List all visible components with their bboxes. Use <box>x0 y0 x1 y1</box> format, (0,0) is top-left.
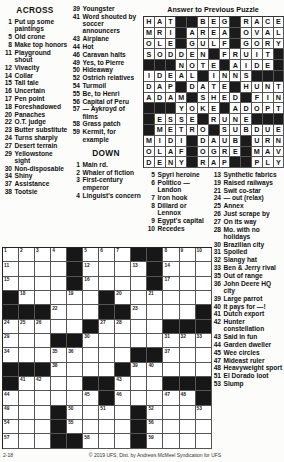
clue-number: 55 <box>70 90 83 97</box>
grid-cell[interactable] <box>35 420 51 434</box>
answer-black-cell <box>241 157 252 168</box>
answer-black-cell <box>230 82 241 93</box>
grid-cell[interactable]: 44 <box>3 391 19 405</box>
grid-cell[interactable] <box>196 420 212 434</box>
clue-text: Capital of Peru <box>83 98 143 105</box>
answer-cell: E <box>220 82 231 93</box>
answer-cell: H <box>209 93 220 104</box>
clue-text: Youngster <box>83 5 143 12</box>
cell-number: 3 <box>36 248 39 253</box>
across-clue: 54Turmoil <box>70 82 142 89</box>
clue-text: Vivacity <box>15 64 69 71</box>
black-cell <box>3 305 19 319</box>
answer-black-cell <box>263 71 274 82</box>
clue-number: 53 <box>211 380 224 387</box>
clue-number: 43 <box>70 35 83 42</box>
answer-black-cell <box>220 60 231 71</box>
grid-cell[interactable] <box>35 334 51 348</box>
grid-cell[interactable] <box>115 434 131 448</box>
answer-cell: D <box>176 49 187 60</box>
clue-text: Main rd. <box>83 161 143 168</box>
across-clue: 34Shiny <box>2 172 68 179</box>
clue-text: Assistance <box>15 180 69 187</box>
answer-cell: A <box>198 82 209 93</box>
across-clue: 22O.T. judge <box>2 118 68 125</box>
grid-cell[interactable] <box>180 262 196 276</box>
grid-cell[interactable] <box>131 277 147 291</box>
cell-number: 28 <box>116 320 121 325</box>
grid-cell[interactable] <box>51 320 67 334</box>
cell-number: 27 <box>100 320 105 325</box>
across-clue: 14Collar <box>2 72 68 79</box>
clue-number: 44 <box>70 43 83 50</box>
across-clue: 38Tootsie <box>2 188 68 195</box>
clue-number: 51 <box>211 372 224 379</box>
down-clue: 40It pays for —! <box>211 303 283 310</box>
answer-black-cell <box>230 28 241 39</box>
grid-cell[interactable] <box>180 291 196 305</box>
answer-cell: U <box>252 82 263 93</box>
clue-text: Old crone <box>15 33 69 40</box>
grid-cell[interactable]: 49 <box>3 406 19 420</box>
clue-number: 19 <box>211 179 224 186</box>
answer-cell: I <box>209 71 220 82</box>
grid-cell[interactable]: 9 <box>180 248 196 262</box>
grid-cell[interactable]: 4 <box>51 248 67 262</box>
clue-text: Wee circles <box>224 349 284 356</box>
answer-cell: N <box>176 60 187 71</box>
clue-text: Slangy hat <box>224 256 284 263</box>
grid-cell[interactable]: 27 <box>99 320 115 334</box>
answer-cell: E <box>263 60 274 71</box>
grid-cell[interactable] <box>180 420 196 434</box>
clue-number: 1 <box>70 161 83 168</box>
grid-cell[interactable] <box>83 348 99 362</box>
answer-black-cell <box>252 71 263 82</box>
grid-cell[interactable]: 40 <box>147 363 163 377</box>
grid-cell[interactable] <box>83 406 99 420</box>
grid-cell[interactable]: 11 <box>3 262 19 276</box>
grid-cell[interactable]: 53 <box>196 406 212 420</box>
grid-cell[interactable] <box>180 363 196 377</box>
grid-cell[interactable] <box>35 406 51 420</box>
grid-cell[interactable] <box>163 363 179 377</box>
grid-cell[interactable]: 51 <box>99 406 115 420</box>
answer-cell: D <box>155 93 166 104</box>
answer-cell: T <box>274 103 284 114</box>
grid-cell[interactable] <box>163 305 179 319</box>
grid-cell[interactable] <box>51 277 67 291</box>
grid-cell[interactable]: 30 <box>83 334 99 348</box>
answer-cell: Y <box>176 103 187 114</box>
answer-cell: I <box>241 60 252 71</box>
answer-cell: S <box>166 114 177 125</box>
grid-cell[interactable]: 14 <box>163 262 179 276</box>
grid-cell[interactable] <box>131 291 147 305</box>
grid-cell[interactable]: 31 <box>163 334 179 348</box>
answer-cell: D <box>198 136 209 147</box>
answer-cell: P <box>220 157 231 168</box>
grid-cell[interactable]: 58 <box>83 434 99 448</box>
answer-black-cell <box>155 60 166 71</box>
answer-cell: E <box>166 39 177 50</box>
cell-number: 33 <box>197 334 202 339</box>
answer-cell: E <box>209 28 220 39</box>
grid-cell[interactable]: 6 <box>99 248 115 262</box>
grid-cell[interactable] <box>99 348 115 362</box>
grid-cell[interactable]: 36 <box>67 348 83 362</box>
grid-cell[interactable] <box>99 277 115 291</box>
answer-cell: M <box>144 136 155 147</box>
grid-cell[interactable] <box>83 420 99 434</box>
grid-cell[interactable] <box>99 363 115 377</box>
answer-cell: E <box>274 125 284 136</box>
answer-cell: G <box>209 147 220 158</box>
answer-cell: H <box>144 17 155 28</box>
grid-cell[interactable] <box>115 420 131 434</box>
clue-number: 18 <box>2 103 15 110</box>
clue-text: Dillard or Lennox <box>158 202 208 217</box>
grid-cell[interactable] <box>19 277 35 291</box>
clue-text: Tootsie <box>15 188 69 195</box>
answer-cell: A <box>263 147 274 158</box>
clue-number: 39 <box>70 5 83 12</box>
grid-cell[interactable] <box>163 420 179 434</box>
grid-cell[interactable] <box>99 434 115 448</box>
grid-cell[interactable] <box>180 434 196 448</box>
black-cell <box>147 277 163 291</box>
down-clue: 6Politico — Landon <box>145 179 207 194</box>
grid-cell[interactable] <box>147 391 163 405</box>
grid-cell[interactable] <box>19 348 35 362</box>
grid-cell[interactable]: 35 <box>51 348 67 362</box>
grid-cell[interactable] <box>163 291 179 305</box>
black-cell <box>67 277 83 291</box>
grid-cell[interactable]: 46 <box>115 391 131 405</box>
grid-cell[interactable] <box>35 277 51 291</box>
answer-cell: U <box>241 49 252 60</box>
answer-cell: E <box>209 17 220 28</box>
grid-cell[interactable] <box>67 320 83 334</box>
grid-cell[interactable]: 28 <box>115 320 131 334</box>
grid-cell[interactable] <box>19 391 35 405</box>
clue-number: 56 <box>70 98 83 105</box>
grid-cell[interactable] <box>115 262 131 276</box>
grid-cell[interactable] <box>131 377 147 391</box>
answer-cell: R <box>187 125 198 136</box>
grid-cell[interactable]: 1 <box>3 248 19 262</box>
grid-cell[interactable]: 52 <box>147 406 163 420</box>
grid-cell[interactable]: 29 <box>3 334 19 348</box>
grid-cell[interactable] <box>180 406 196 420</box>
answer-cell: O <box>155 49 166 60</box>
grid-cell[interactable] <box>67 391 83 405</box>
grid-cell[interactable]: 39 <box>131 363 147 377</box>
cell-number: 34 <box>4 349 9 354</box>
answer-black-cell <box>241 93 252 104</box>
black-cell <box>115 363 131 377</box>
grid-cell[interactable]: 41 <box>19 377 35 391</box>
grid-cell[interactable] <box>83 291 99 305</box>
across-clue: 11Playground shout <box>2 49 68 64</box>
clue-text: Shiny <box>15 172 69 179</box>
answer-cell: M <box>155 125 166 136</box>
clue-number: 46 <box>70 51 83 58</box>
cell-number: 11 <box>4 263 9 268</box>
across-clue: 46Caravan halts <box>70 51 142 58</box>
clue-number: 39 <box>211 295 224 302</box>
grid-cell[interactable] <box>51 291 67 305</box>
grid-cell[interactable]: 2 <box>19 248 35 262</box>
grid-cell[interactable] <box>51 391 67 405</box>
grid-cell[interactable] <box>99 420 115 434</box>
grid-cell[interactable]: 24 <box>3 320 19 334</box>
grid-cell[interactable] <box>67 305 83 319</box>
down-clue: 43Said in fun <box>211 333 283 340</box>
across-clue: 15Tall tale <box>2 79 68 86</box>
grid-cell[interactable] <box>99 334 115 348</box>
answer-cell: G <box>187 39 198 50</box>
grid-cell[interactable]: 34 <box>3 348 19 362</box>
clue-text: Make top honors <box>15 41 69 48</box>
grid-cell[interactable] <box>196 363 212 377</box>
answer-cell: Y <box>176 157 187 168</box>
across-clue: 5Old crone <box>2 33 68 40</box>
grid-cell[interactable] <box>163 434 179 448</box>
black-cell <box>147 348 163 362</box>
answer-cell: U <box>252 136 263 147</box>
grid-cell[interactable] <box>163 406 179 420</box>
grid-cell[interactable] <box>115 277 131 291</box>
black-cell <box>67 248 83 262</box>
cell-number: 8 <box>164 248 167 253</box>
grid-cell[interactable] <box>180 277 196 291</box>
grid-cell[interactable] <box>35 391 51 405</box>
grid-cell[interactable] <box>99 262 115 276</box>
grid-cell[interactable]: 26 <box>35 320 51 334</box>
answer-cell: C <box>263 17 274 28</box>
grid-cell[interactable] <box>35 434 51 448</box>
clue-text: Be, to Henri <box>83 90 143 97</box>
grid-cell[interactable]: 55 <box>67 420 83 434</box>
clue-text: Whaler of fiction <box>83 169 143 176</box>
clue-text: Brazilian city <box>224 241 284 248</box>
grid-cell[interactable] <box>51 262 67 276</box>
black-cell <box>83 377 99 391</box>
grid-cell[interactable] <box>147 305 163 319</box>
cell-number: 59 <box>148 435 153 440</box>
grid-cell[interactable]: 42 <box>35 377 51 391</box>
grid-cell[interactable]: 33 <box>196 334 212 348</box>
black-cell <box>19 363 35 377</box>
grid-cell[interactable]: 17 <box>163 277 179 291</box>
cell-number: 12 <box>84 263 89 268</box>
grid-cell[interactable]: 47 <box>163 391 179 405</box>
answer-cell: R <box>241 17 252 28</box>
clue-text: Yes, to Pierre <box>83 59 143 66</box>
grid-cell[interactable] <box>196 291 212 305</box>
cell-number: 49 <box>4 406 9 411</box>
black-cell <box>51 406 67 420</box>
cell-number: 6 <box>100 248 103 253</box>
grid-cell[interactable]: 43 <box>115 377 131 391</box>
clue-number: 24 <box>2 134 15 141</box>
grid-cell[interactable] <box>115 348 131 362</box>
answer-black-cell <box>209 49 220 60</box>
clue-number: 58 <box>70 120 83 127</box>
grid-cell[interactable] <box>19 262 35 276</box>
grid-cell[interactable] <box>131 320 147 334</box>
grid-cell[interactable]: 13 <box>131 262 147 276</box>
grid-cell[interactable] <box>147 334 163 348</box>
clue-number: 28 <box>211 226 224 241</box>
cell-number: 48 <box>181 392 186 397</box>
grid-cell[interactable]: 45 <box>83 391 99 405</box>
clue-text: Tall tale <box>15 79 69 86</box>
grid-cell[interactable] <box>19 334 35 348</box>
clue-number: 36 <box>211 280 224 295</box>
grid-cell[interactable]: 37 <box>163 348 179 362</box>
grid-cell[interactable]: 59 <box>147 434 163 448</box>
answer-cell: E <box>166 71 177 82</box>
down-clues-column-2: 5Spyri heroine6Politico — Landon7Iron ho… <box>145 171 207 232</box>
cell-number: 51 <box>100 406 105 411</box>
grid-cell[interactable]: 48 <box>180 391 196 405</box>
clue-text: — out (relax) <box>224 194 284 201</box>
grid-cell[interactable] <box>196 262 212 276</box>
clue-text: Just scrape by <box>224 210 284 217</box>
grid-cell[interactable]: 16 <box>83 277 99 291</box>
clue-number: 44 <box>211 341 224 348</box>
down-clue: 41Dutch export <box>211 310 283 317</box>
grid-cell[interactable]: 18 <box>19 291 35 305</box>
grid-cell[interactable] <box>35 348 51 362</box>
grid-cell[interactable]: 8 <box>163 248 179 262</box>
cell-number: 41 <box>20 377 25 382</box>
across-clue: 52Ostrich relatives <box>70 74 142 81</box>
grid-cell[interactable] <box>180 305 196 319</box>
grid-cell[interactable]: 15 <box>3 277 19 291</box>
down-clue: 44Garden dweller <box>211 341 283 348</box>
puzzle-grid[interactable]: 1234567891011121314151617181920212223242… <box>2 247 212 449</box>
answer-cell: D <box>155 71 166 82</box>
clue-number: 45 <box>211 349 224 356</box>
across-clue: 39Youngster <box>70 5 142 12</box>
answer-cell: D <box>187 82 198 93</box>
grid-cell[interactable]: 5 <box>83 248 99 262</box>
answer-cell: E <box>209 103 220 114</box>
grid-cell[interactable] <box>147 320 163 334</box>
across-clue: 50Hideaway <box>70 66 142 73</box>
down-clue: 8Dillard or Lennox <box>145 202 207 217</box>
clue-number: 47 <box>211 357 224 364</box>
answer-cell: A <box>155 17 166 28</box>
down-clues-column-3: 13Synthetic fabrics19Raised railways21Sw… <box>211 171 283 388</box>
black-cell <box>115 305 131 319</box>
answer-cell: T <box>263 49 274 60</box>
answer-cell: D <box>252 60 263 71</box>
clue-number: 23 <box>2 126 15 133</box>
grid-cell[interactable]: 22 <box>51 305 67 319</box>
cell-number: 22 <box>52 306 57 311</box>
answer-cell: Y <box>274 157 284 168</box>
grid-cell[interactable] <box>83 305 99 319</box>
answer-cell: E <box>230 147 241 158</box>
cell-number: 24 <box>4 320 9 325</box>
grid-cell[interactable]: 54 <box>3 420 19 434</box>
grid-cell[interactable] <box>19 434 35 448</box>
clue-number: 30 <box>2 165 15 172</box>
grid-cell[interactable]: 38 <box>51 363 67 377</box>
grid-cell[interactable]: 19 <box>67 291 83 305</box>
down-clue: 51El Dorado loot <box>211 372 283 379</box>
down-clue: 31Spoiled <box>211 248 283 255</box>
clue-text: John Deere HQ city <box>224 280 284 295</box>
grid-cell[interactable] <box>131 391 147 405</box>
grid-cell[interactable] <box>196 277 212 291</box>
grid-cell[interactable]: 20 <box>115 291 131 305</box>
answer-cell: N <box>274 93 284 104</box>
clue-number: 9 <box>145 217 158 224</box>
answer-cell: L <box>263 157 274 168</box>
grid-cell[interactable] <box>115 334 131 348</box>
grid-cell[interactable] <box>67 377 83 391</box>
cell-number: 17 <box>164 277 169 282</box>
grid-cell[interactable] <box>115 406 131 420</box>
clue-text: First-century emperor <box>83 176 143 191</box>
cell-number: 37 <box>164 349 169 354</box>
answer-cell: E <box>155 157 166 168</box>
grid-cell[interactable]: 57 <box>3 434 19 448</box>
clue-number: 50 <box>70 66 83 73</box>
across-clue: 57— Aykroyd of films <box>70 105 142 120</box>
answer-black-cell <box>166 60 177 71</box>
answer-black-cell <box>176 82 187 93</box>
answer-black-cell <box>176 17 187 28</box>
grid-cell[interactable] <box>83 363 99 377</box>
grid-cell[interactable]: 50 <box>67 406 83 420</box>
grid-cell[interactable] <box>51 377 67 391</box>
black-cell <box>131 348 147 362</box>
clue-text: Caravan halts <box>83 51 143 58</box>
clue-text: It pays for —! <box>224 303 284 310</box>
grid-cell[interactable]: 32 <box>180 334 196 348</box>
grid-cell[interactable] <box>19 406 35 420</box>
grid-cell[interactable]: 12 <box>83 262 99 276</box>
grid-cell[interactable]: 25 <box>19 320 35 334</box>
answer-cell: E <box>209 60 220 71</box>
grid-cell[interactable]: 7 <box>115 248 131 262</box>
grid-cell[interactable]: 3 <box>35 248 51 262</box>
clue-text: — Aykroyd of films <box>83 105 143 120</box>
grid-cell[interactable] <box>19 420 35 434</box>
grid-cell[interactable] <box>196 348 212 362</box>
grid-cell[interactable]: 10 <box>196 248 212 262</box>
grid-cell[interactable] <box>180 348 196 362</box>
grid-cell[interactable] <box>35 291 51 305</box>
clue-text: On its way <box>224 218 284 225</box>
grid-cell[interactable] <box>196 434 212 448</box>
grid-cell[interactable]: 21 <box>147 291 163 305</box>
grid-cell[interactable] <box>147 377 163 391</box>
grid-cell[interactable] <box>35 262 51 276</box>
grid-cell[interactable]: 56 <box>147 420 163 434</box>
grid-cell[interactable]: 23 <box>131 305 147 319</box>
answer-cell: A <box>187 28 198 39</box>
grid-cell[interactable] <box>67 363 83 377</box>
clue-text: Uncertain <box>15 87 69 94</box>
grid-cell[interactable] <box>131 334 147 348</box>
